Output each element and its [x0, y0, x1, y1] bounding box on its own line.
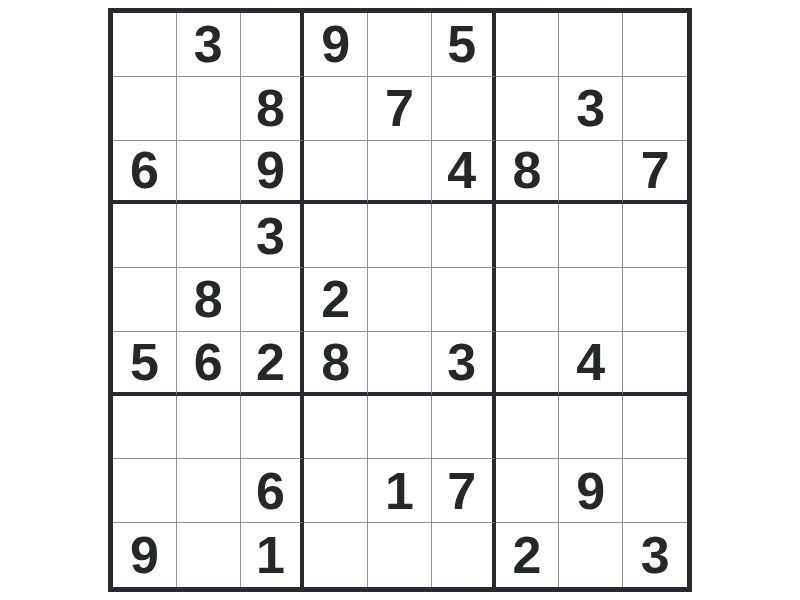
cell-r3c5[interactable]: [368, 141, 432, 205]
cell-r9c9[interactable]: 3: [623, 523, 687, 587]
cell-r1c1[interactable]: [113, 13, 177, 77]
cell-r4c6[interactable]: [432, 204, 496, 268]
cell-r4c9[interactable]: [623, 204, 687, 268]
cell-r1c3[interactable]: [241, 13, 305, 77]
cell-r9c2[interactable]: [177, 523, 241, 587]
cell-r5c2[interactable]: 8: [177, 268, 241, 332]
cell-r4c3[interactable]: 3: [241, 204, 305, 268]
cell-r3c9[interactable]: 7: [623, 141, 687, 205]
cell-r8c2[interactable]: [177, 459, 241, 523]
cell-r3c3[interactable]: 9: [241, 141, 305, 205]
cell-r6c4[interactable]: 8: [304, 332, 368, 396]
cell-r2c9[interactable]: [623, 77, 687, 141]
cell-r7c9[interactable]: [623, 396, 687, 460]
cell-r6c9[interactable]: [623, 332, 687, 396]
cell-r3c7[interactable]: 8: [496, 141, 560, 205]
cell-r2c2[interactable]: [177, 77, 241, 141]
cell-r2c6[interactable]: [432, 77, 496, 141]
cell-r5c4[interactable]: 2: [304, 268, 368, 332]
cell-r7c3[interactable]: [241, 396, 305, 460]
cell-r5c5[interactable]: [368, 268, 432, 332]
cell-r8c8[interactable]: 9: [559, 459, 623, 523]
cell-r5c1[interactable]: [113, 268, 177, 332]
cell-r2c8[interactable]: 3: [559, 77, 623, 141]
cell-r3c6[interactable]: 4: [432, 141, 496, 205]
cell-r6c3[interactable]: 2: [241, 332, 305, 396]
cell-r1c7[interactable]: [496, 13, 560, 77]
cell-r2c3[interactable]: 8: [241, 77, 305, 141]
cell-r1c6[interactable]: 5: [432, 13, 496, 77]
cell-r9c7[interactable]: 2: [496, 523, 560, 587]
cell-r7c7[interactable]: [496, 396, 560, 460]
cell-r1c5[interactable]: [368, 13, 432, 77]
cell-r4c4[interactable]: [304, 204, 368, 268]
cell-r9c8[interactable]: [559, 523, 623, 587]
sudoku-board: 3958736948738256283461799123: [108, 8, 692, 592]
cell-r2c4[interactable]: [304, 77, 368, 141]
cell-r4c7[interactable]: [496, 204, 560, 268]
cell-r4c8[interactable]: [559, 204, 623, 268]
cell-r6c6[interactable]: 3: [432, 332, 496, 396]
cell-r3c2[interactable]: [177, 141, 241, 205]
cell-r7c4[interactable]: [304, 396, 368, 460]
cell-r5c6[interactable]: [432, 268, 496, 332]
cell-r1c2[interactable]: 3: [177, 13, 241, 77]
cell-r7c2[interactable]: [177, 396, 241, 460]
cell-r7c5[interactable]: [368, 396, 432, 460]
cell-r8c6[interactable]: 7: [432, 459, 496, 523]
cell-r2c5[interactable]: 7: [368, 77, 432, 141]
cell-r5c8[interactable]: [559, 268, 623, 332]
cell-r8c1[interactable]: [113, 459, 177, 523]
cell-r5c7[interactable]: [496, 268, 560, 332]
cell-r7c6[interactable]: [432, 396, 496, 460]
cell-r9c1[interactable]: 9: [113, 523, 177, 587]
cell-r1c8[interactable]: [559, 13, 623, 77]
cell-r2c1[interactable]: [113, 77, 177, 141]
cell-r3c4[interactable]: [304, 141, 368, 205]
cell-r3c8[interactable]: [559, 141, 623, 205]
cell-r6c1[interactable]: 5: [113, 332, 177, 396]
cell-r9c5[interactable]: [368, 523, 432, 587]
cell-r7c1[interactable]: [113, 396, 177, 460]
cell-r8c3[interactable]: 6: [241, 459, 305, 523]
cell-r8c7[interactable]: [496, 459, 560, 523]
cell-r6c2[interactable]: 6: [177, 332, 241, 396]
cell-r3c1[interactable]: 6: [113, 141, 177, 205]
cell-r9c3[interactable]: 1: [241, 523, 305, 587]
cell-r1c9[interactable]: [623, 13, 687, 77]
cell-r7c8[interactable]: [559, 396, 623, 460]
cell-r5c9[interactable]: [623, 268, 687, 332]
cell-r8c5[interactable]: 1: [368, 459, 432, 523]
cell-r9c6[interactable]: [432, 523, 496, 587]
cell-r5c3[interactable]: [241, 268, 305, 332]
cell-r4c2[interactable]: [177, 204, 241, 268]
cell-r4c1[interactable]: [113, 204, 177, 268]
cell-r8c4[interactable]: [304, 459, 368, 523]
cell-r1c4[interactable]: 9: [304, 13, 368, 77]
cell-r6c7[interactable]: [496, 332, 560, 396]
cell-r4c5[interactable]: [368, 204, 432, 268]
cell-r8c9[interactable]: [623, 459, 687, 523]
cell-r6c8[interactable]: 4: [559, 332, 623, 396]
cell-r2c7[interactable]: [496, 77, 560, 141]
cell-r6c5[interactable]: [368, 332, 432, 396]
cell-r9c4[interactable]: [304, 523, 368, 587]
